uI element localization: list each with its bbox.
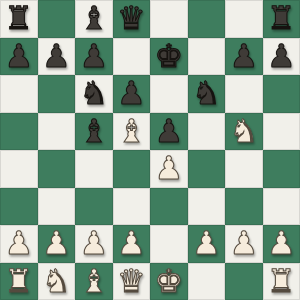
square-d3[interactable] [113,188,151,226]
square-g2[interactable]: ♟ [225,225,263,263]
white-knight: ♞ [42,263,71,300]
square-d1[interactable]: ♛ [113,263,151,300]
black-bishop: ♝ [79,113,108,151]
square-a5[interactable] [0,113,38,151]
square-d6[interactable]: ♟ [113,75,151,113]
white-rook: ♜ [4,263,33,300]
square-e5[interactable]: ♟ [150,113,188,151]
square-b8[interactable] [38,0,76,38]
square-g4[interactable] [225,150,263,188]
square-g1[interactable] [225,263,263,300]
black-rook: ♜ [4,0,33,38]
black-pawn: ♟ [267,38,296,76]
white-pawn: ♟ [4,225,33,263]
square-b6[interactable] [38,75,76,113]
white-rook: ♜ [267,263,296,300]
square-h6[interactable] [263,75,301,113]
square-f1[interactable] [188,263,226,300]
square-a7[interactable]: ♟ [0,38,38,76]
square-e7[interactable]: ♚ [150,38,188,76]
white-pawn: ♟ [79,225,108,263]
white-pawn: ♟ [42,225,71,263]
black-pawn: ♟ [79,38,108,76]
square-g6[interactable] [225,75,263,113]
black-bishop: ♝ [79,0,108,38]
square-b7[interactable]: ♟ [38,38,76,76]
square-b2[interactable]: ♟ [38,225,76,263]
square-b4[interactable] [38,150,76,188]
square-e6[interactable] [150,75,188,113]
square-d5[interactable]: ♝ [113,113,151,151]
square-b3[interactable] [38,188,76,226]
square-e1[interactable]: ♚ [150,263,188,300]
square-e4[interactable]: ♟ [150,150,188,188]
square-d4[interactable] [113,150,151,188]
square-c8[interactable]: ♝ [75,0,113,38]
square-c3[interactable] [75,188,113,226]
square-f7[interactable] [188,38,226,76]
white-queen: ♛ [117,263,146,300]
square-d7[interactable] [113,38,151,76]
square-e3[interactable] [150,188,188,226]
black-queen: ♛ [117,0,146,38]
square-a3[interactable] [0,188,38,226]
white-bishop: ♝ [79,263,108,300]
square-a6[interactable] [0,75,38,113]
white-pawn: ♟ [229,225,258,263]
square-h5[interactable] [263,113,301,151]
square-d8[interactable]: ♛ [113,0,151,38]
square-g5[interactable]: ♞ [225,113,263,151]
black-pawn: ♟ [117,75,146,113]
square-h2[interactable]: ♟ [263,225,301,263]
square-h3[interactable] [263,188,301,226]
square-c4[interactable] [75,150,113,188]
black-pawn: ♟ [4,38,33,76]
square-f8[interactable] [188,0,226,38]
square-c2[interactable]: ♟ [75,225,113,263]
square-g7[interactable]: ♟ [225,38,263,76]
square-c5[interactable]: ♝ [75,113,113,151]
square-a8[interactable]: ♜ [0,0,38,38]
chess-board: ♜♝♛♜♟♟♟♚♟♟♞♟♞♝♝♟♞♟♟♟♟♟♟♟♟♜♞♝♛♚♜ [0,0,300,300]
square-c7[interactable]: ♟ [75,38,113,76]
square-g8[interactable] [225,0,263,38]
square-c1[interactable]: ♝ [75,263,113,300]
black-knight: ♞ [79,75,108,113]
black-pawn: ♟ [229,38,258,76]
square-e2[interactable] [150,225,188,263]
black-pawn: ♟ [154,113,183,151]
white-pawn: ♟ [117,225,146,263]
square-f3[interactable] [188,188,226,226]
square-a4[interactable] [0,150,38,188]
white-bishop: ♝ [117,113,146,151]
square-f5[interactable] [188,113,226,151]
square-h7[interactable]: ♟ [263,38,301,76]
square-h8[interactable]: ♜ [263,0,301,38]
square-f4[interactable] [188,150,226,188]
black-king: ♚ [154,38,183,76]
white-knight: ♞ [229,113,258,151]
square-d2[interactable]: ♟ [113,225,151,263]
white-king: ♚ [154,263,183,300]
square-f6[interactable]: ♞ [188,75,226,113]
square-h4[interactable] [263,150,301,188]
square-a1[interactable]: ♜ [0,263,38,300]
white-pawn: ♟ [154,150,183,188]
square-f2[interactable]: ♟ [188,225,226,263]
square-h1[interactable]: ♜ [263,263,301,300]
white-pawn: ♟ [267,225,296,263]
square-g3[interactable] [225,188,263,226]
square-a2[interactable]: ♟ [0,225,38,263]
square-e8[interactable] [150,0,188,38]
square-b1[interactable]: ♞ [38,263,76,300]
white-pawn: ♟ [192,225,221,263]
black-knight: ♞ [192,75,221,113]
black-pawn: ♟ [42,38,71,76]
square-c6[interactable]: ♞ [75,75,113,113]
black-rook: ♜ [267,0,296,38]
square-b5[interactable] [38,113,76,151]
